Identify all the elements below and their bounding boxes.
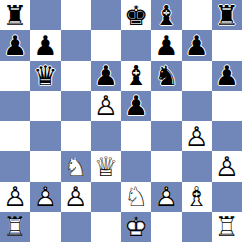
piece-black-king: ♚ [121, 0, 151, 30]
piece-white-pawn: ♟ [182, 121, 212, 151]
square-g7[interactable]: ♟ [182, 30, 212, 60]
piece-white-pawn: ♟ [61, 182, 91, 212]
piece-white-rook: ♜ [212, 212, 242, 242]
square-d2[interactable] [91, 182, 121, 212]
piece-black-bishop: ♝ [121, 61, 151, 91]
square-g3[interactable] [182, 151, 212, 181]
square-g8[interactable] [182, 0, 212, 30]
square-c7[interactable] [61, 30, 91, 60]
square-d5[interactable]: ♟♙ [91, 91, 121, 121]
square-h4[interactable] [212, 121, 242, 151]
piece-white-pawn: ♟ [212, 151, 242, 181]
piece-white-bishop: ♝ [182, 182, 212, 212]
piece-black-knight: ♞ [151, 61, 181, 91]
square-c1[interactable] [61, 212, 91, 242]
piece-white-pawn-outline: ♙ [91, 91, 121, 121]
square-a2[interactable]: ♟♙ [0, 182, 30, 212]
square-e1[interactable]: ♚♔ [121, 212, 151, 242]
piece-white-pawn-outline: ♙ [30, 182, 60, 212]
square-g5[interactable] [182, 91, 212, 121]
piece-white-king: ♚ [121, 212, 151, 242]
piece-white-knight: ♞ [61, 151, 91, 181]
piece-white-pawn: ♟ [151, 182, 181, 212]
piece-white-pawn: ♟ [0, 182, 30, 212]
piece-white-pawn: ♟ [30, 182, 60, 212]
square-d3[interactable]: ♛♕ [91, 151, 121, 181]
square-a6[interactable] [0, 61, 30, 91]
piece-black-pawn: ♟ [151, 30, 181, 60]
piece-black-pawn: ♟ [91, 61, 121, 91]
square-b8[interactable] [30, 0, 60, 30]
piece-black-pawn: ♟ [182, 30, 212, 60]
square-g4[interactable]: ♟♙ [182, 121, 212, 151]
piece-black-pawn: ♟ [212, 61, 242, 91]
square-h2[interactable] [212, 182, 242, 212]
square-e7[interactable] [121, 30, 151, 60]
piece-white-bishop-outline: ♗ [182, 182, 212, 212]
square-d4[interactable] [91, 121, 121, 151]
square-f3[interactable] [151, 151, 181, 181]
chess-board: ♜♚♝♜♟♟♟♟♛♟♝♞♟♟♙♟♟♙♞♘♛♕♟♙♟♙♟♙♟♙♞♘♟♙♝♗♜♖♚♔… [0, 0, 242, 242]
square-c3[interactable]: ♞♘ [61, 151, 91, 181]
square-e3[interactable] [121, 151, 151, 181]
square-b4[interactable] [30, 121, 60, 151]
square-f5[interactable] [151, 91, 181, 121]
square-g1[interactable] [182, 212, 212, 242]
square-h5[interactable] [212, 91, 242, 121]
square-a8[interactable]: ♜ [0, 0, 30, 30]
square-a3[interactable] [0, 151, 30, 181]
square-e4[interactable] [121, 121, 151, 151]
square-c5[interactable] [61, 91, 91, 121]
square-d1[interactable] [91, 212, 121, 242]
square-h1[interactable]: ♜♖ [212, 212, 242, 242]
square-h8[interactable]: ♜ [212, 0, 242, 30]
square-b7[interactable]: ♟ [30, 30, 60, 60]
square-h6[interactable]: ♟ [212, 61, 242, 91]
square-c8[interactable] [61, 0, 91, 30]
piece-white-queen-outline: ♕ [91, 151, 121, 181]
square-d7[interactable] [91, 30, 121, 60]
piece-white-rook-outline: ♖ [212, 212, 242, 242]
square-f1[interactable] [151, 212, 181, 242]
piece-white-pawn-outline: ♙ [151, 182, 181, 212]
piece-white-pawn-outline: ♙ [61, 182, 91, 212]
piece-white-pawn-outline: ♙ [0, 182, 30, 212]
square-b3[interactable] [30, 151, 60, 181]
square-d6[interactable]: ♟ [91, 61, 121, 91]
square-g2[interactable]: ♝♗ [182, 182, 212, 212]
square-h7[interactable] [212, 30, 242, 60]
piece-black-bishop: ♝ [151, 0, 181, 30]
square-a7[interactable]: ♟ [0, 30, 30, 60]
piece-black-pawn: ♟ [0, 30, 30, 60]
square-c6[interactable] [61, 61, 91, 91]
square-a5[interactable] [0, 91, 30, 121]
square-e8[interactable]: ♚ [121, 0, 151, 30]
square-f4[interactable] [151, 121, 181, 151]
square-f2[interactable]: ♟♙ [151, 182, 181, 212]
square-e2[interactable]: ♞♘ [121, 182, 151, 212]
piece-black-rook: ♜ [212, 0, 242, 30]
piece-black-pawn: ♟ [30, 30, 60, 60]
square-h3[interactable]: ♟♙ [212, 151, 242, 181]
piece-white-rook-outline: ♖ [0, 212, 30, 242]
square-f6[interactable]: ♞ [151, 61, 181, 91]
piece-white-knight: ♞ [121, 182, 151, 212]
square-a4[interactable] [0, 121, 30, 151]
piece-white-pawn: ♟ [91, 91, 121, 121]
piece-white-pawn-outline: ♙ [212, 151, 242, 181]
square-b1[interactable] [30, 212, 60, 242]
square-b5[interactable] [30, 91, 60, 121]
square-f8[interactable]: ♝ [151, 0, 181, 30]
square-a1[interactable]: ♜♖ [0, 212, 30, 242]
piece-black-pawn: ♟ [121, 91, 151, 121]
square-e6[interactable]: ♝ [121, 61, 151, 91]
piece-white-king-outline: ♔ [121, 212, 151, 242]
piece-black-queen: ♛ [30, 61, 60, 91]
square-d8[interactable] [91, 0, 121, 30]
square-b6[interactable]: ♛ [30, 61, 60, 91]
piece-white-knight-outline: ♘ [121, 182, 151, 212]
piece-white-queen: ♛ [91, 151, 121, 181]
piece-white-rook: ♜ [0, 212, 30, 242]
square-f7[interactable]: ♟ [151, 30, 181, 60]
square-b2[interactable]: ♟♙ [30, 182, 60, 212]
square-c4[interactable] [61, 121, 91, 151]
square-e5[interactable]: ♟ [121, 91, 151, 121]
piece-white-knight-outline: ♘ [61, 151, 91, 181]
piece-white-pawn-outline: ♙ [182, 121, 212, 151]
piece-black-rook: ♜ [0, 0, 30, 30]
square-c2[interactable]: ♟♙ [61, 182, 91, 212]
square-g6[interactable] [182, 61, 212, 91]
